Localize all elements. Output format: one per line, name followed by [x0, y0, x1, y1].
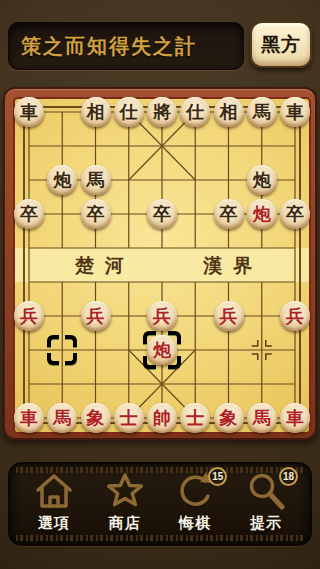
piece-red-r9c8[interactable]: 車 [280, 403, 310, 433]
piece-black-r3c4[interactable]: 卒 [147, 199, 177, 229]
piece-red-r9c3[interactable]: 士 [114, 403, 144, 433]
piece-black-r3c0[interactable]: 卒 [14, 199, 44, 229]
piece-red-r6c2[interactable]: 兵 [81, 301, 111, 331]
piece-red-r9c0[interactable]: 車 [14, 403, 44, 433]
piece-red-r7c4[interactable]: 炮 [147, 335, 177, 365]
river-label-han: 漢界 [203, 253, 263, 279]
star-icon [103, 470, 147, 514]
nav-label-hint: 提示 [250, 514, 282, 533]
piece-black-r0c8[interactable]: 車 [280, 97, 310, 127]
undo-count-badge: 15 [208, 467, 227, 486]
nav-label-options: 選項 [38, 514, 70, 533]
piece-black-r0c4[interactable]: 將 [147, 97, 177, 127]
nav-label-shop: 商店 [109, 514, 141, 533]
xiangqi-board[interactable]: 楚河 漢界 車相仕將仕相馬車炮馬炮卒卒卒卒炮卒兵兵兵兵兵炮車馬象士帥士象馬車 [3, 87, 317, 440]
home-icon [32, 470, 76, 514]
piece-black-r0c2[interactable]: 相 [81, 97, 111, 127]
hint-count-badge: 18 [279, 467, 298, 486]
turn-indicator-button[interactable]: 黑方 [250, 21, 312, 68]
piece-black-r0c7[interactable]: 馬 [247, 97, 277, 127]
piece-red-r9c7[interactable]: 馬 [247, 403, 277, 433]
quote-text: 策之而知得失之計 [9, 33, 197, 60]
nav-options-button[interactable]: 選項 [24, 464, 84, 544]
piece-red-r6c6[interactable]: 兵 [214, 301, 244, 331]
nav-label-undo: 悔棋 [179, 514, 211, 533]
piece-red-r6c4[interactable]: 兵 [147, 301, 177, 331]
piece-black-r3c8[interactable]: 卒 [280, 199, 310, 229]
piece-black-r2c2[interactable]: 馬 [81, 165, 111, 195]
board-lines [15, 99, 309, 432]
piece-red-r6c0[interactable]: 兵 [14, 301, 44, 331]
bottom-nav: 選項 商店 15 悔棋 18 提示 [8, 462, 312, 546]
river-label-chu: 楚河 [75, 253, 135, 279]
piece-black-r0c3[interactable]: 仕 [114, 97, 144, 127]
piece-black-r0c6[interactable]: 相 [214, 97, 244, 127]
piece-red-r9c2[interactable]: 象 [81, 403, 111, 433]
nav-hint-button[interactable]: 18 提示 [236, 464, 296, 544]
piece-black-r2c7[interactable]: 炮 [247, 165, 277, 195]
piece-black-r0c0[interactable]: 車 [14, 97, 44, 127]
piece-black-r3c6[interactable]: 卒 [214, 199, 244, 229]
piece-black-r3c2[interactable]: 卒 [81, 199, 111, 229]
piece-red-r9c4[interactable]: 帥 [147, 403, 177, 433]
app-screen: 策之而知得失之計 黑方 楚河 漢界 車相仕將仕相馬車炮馬炮卒卒卒卒炮卒兵兵兵兵兵… [0, 0, 320, 569]
nav-undo-button[interactable]: 15 悔棋 [165, 464, 225, 544]
nav-shop-button[interactable]: 商店 [95, 464, 155, 544]
piece-red-r6c8[interactable]: 兵 [280, 301, 310, 331]
title-plate: 策之而知得失之計 [8, 22, 244, 70]
board-grid[interactable]: 楚河 漢界 車相仕將仕相馬車炮馬炮卒卒卒卒炮卒兵兵兵兵兵炮車馬象士帥士象馬車 [13, 97, 311, 434]
piece-red-r3c7[interactable]: 炮 [247, 199, 277, 229]
piece-red-r9c6[interactable]: 象 [214, 403, 244, 433]
